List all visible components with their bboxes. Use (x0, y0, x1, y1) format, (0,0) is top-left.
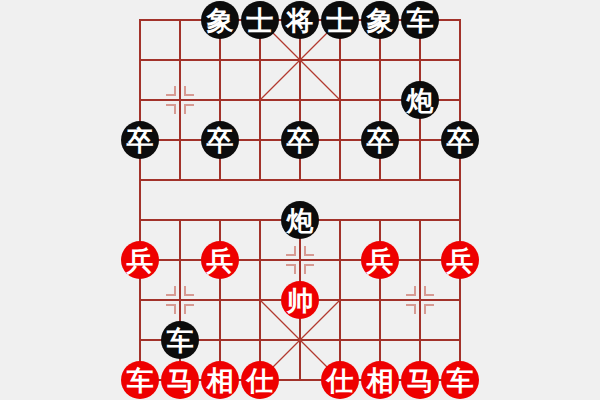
piece-black-advisor[interactable]: 士 (241, 1, 279, 39)
piece-black-cannon[interactable]: 炮 (281, 201, 319, 239)
piece-black-elephant[interactable]: 象 (201, 1, 239, 39)
piece-black-cannon[interactable]: 炮 (401, 81, 439, 119)
piece-black-soldier[interactable]: 卒 (281, 121, 319, 159)
piece-black-soldier[interactable]: 卒 (361, 121, 399, 159)
piece-red-advisor[interactable]: 仕 (321, 361, 359, 399)
piece-black-advisor[interactable]: 士 (321, 1, 359, 39)
piece-black-general[interactable]: 将 (281, 1, 319, 39)
piece-black-chariot[interactable]: 车 (401, 1, 439, 39)
piece-black-soldier[interactable]: 卒 (441, 121, 479, 159)
piece-red-general[interactable]: 帅 (281, 281, 319, 319)
piece-black-soldier[interactable]: 卒 (201, 121, 239, 159)
piece-red-advisor[interactable]: 仕 (241, 361, 279, 399)
piece-grid: 象士将士象车炮卒卒卒卒卒炮车兵兵兵兵帅车马相仕仕相马车 (120, 0, 480, 400)
piece-black-elephant[interactable]: 象 (361, 1, 399, 39)
piece-red-chariot[interactable]: 车 (441, 361, 479, 399)
piece-red-chariot[interactable]: 车 (121, 361, 159, 399)
xiangqi-board: 象士将士象车炮卒卒卒卒卒炮车兵兵兵兵帅车马相仕仕相马车 (0, 0, 600, 400)
piece-red-horse[interactable]: 马 (161, 361, 199, 399)
piece-red-soldier[interactable]: 兵 (361, 241, 399, 279)
piece-black-chariot[interactable]: 车 (161, 321, 199, 359)
piece-red-elephant[interactable]: 相 (361, 361, 399, 399)
xiangqi-app-screen: 象士将士象车炮卒卒卒卒卒炮车兵兵兵兵帅车马相仕仕相马车 (0, 0, 600, 400)
piece-red-elephant[interactable]: 相 (201, 361, 239, 399)
piece-red-soldier[interactable]: 兵 (441, 241, 479, 279)
piece-red-soldier[interactable]: 兵 (121, 241, 159, 279)
piece-black-soldier[interactable]: 卒 (121, 121, 159, 159)
piece-red-soldier[interactable]: 兵 (201, 241, 239, 279)
piece-red-horse[interactable]: 马 (401, 361, 439, 399)
